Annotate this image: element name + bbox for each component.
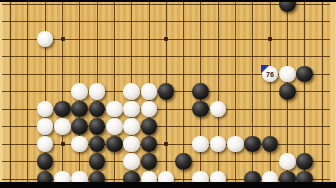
intersection[interactable] xyxy=(175,48,192,66)
white-stone xyxy=(89,83,106,100)
intersection[interactable] xyxy=(158,118,175,136)
black-stone xyxy=(141,118,158,135)
intersection[interactable] xyxy=(88,100,105,118)
intersection[interactable] xyxy=(71,118,88,136)
star-point xyxy=(164,37,168,41)
intersection[interactable] xyxy=(227,65,244,83)
intersection[interactable] xyxy=(19,100,36,118)
intersection[interactable] xyxy=(71,135,88,153)
intersection[interactable] xyxy=(36,48,53,66)
intersection[interactable] xyxy=(261,118,278,136)
intersection[interactable] xyxy=(106,100,123,118)
intersection[interactable] xyxy=(71,83,88,101)
intersection[interactable] xyxy=(175,65,192,83)
black-stone xyxy=(175,153,192,170)
black-stone xyxy=(244,136,261,153)
intersection[interactable] xyxy=(296,100,313,118)
intersection[interactable] xyxy=(158,83,175,101)
intersection[interactable] xyxy=(244,13,261,31)
intersection[interactable] xyxy=(2,30,19,48)
intersection[interactable] xyxy=(209,13,226,31)
white-stone xyxy=(123,136,140,153)
white-stone xyxy=(210,136,227,153)
intersection[interactable] xyxy=(106,118,123,136)
intersection[interactable] xyxy=(54,13,71,31)
intersection[interactable] xyxy=(2,65,19,83)
white-stone xyxy=(71,83,88,100)
black-stone xyxy=(71,118,88,135)
intersection[interactable] xyxy=(158,100,175,118)
intersection[interactable] xyxy=(2,153,19,171)
intersection[interactable] xyxy=(36,65,53,83)
intersection[interactable] xyxy=(71,100,88,118)
last-move-stone: 76 xyxy=(262,66,279,83)
black-stone xyxy=(89,153,106,170)
intersection[interactable] xyxy=(261,153,278,171)
intersection[interactable] xyxy=(140,30,157,48)
black-stone xyxy=(141,153,158,170)
intersection[interactable] xyxy=(54,135,71,153)
white-stone xyxy=(123,83,140,100)
white-stone xyxy=(141,101,158,118)
intersection[interactable] xyxy=(123,135,140,153)
intersection[interactable] xyxy=(175,30,192,48)
white-stone xyxy=(279,66,296,83)
intersection[interactable] xyxy=(227,118,244,136)
intersection[interactable] xyxy=(19,153,36,171)
black-stone xyxy=(192,101,209,118)
intersection[interactable] xyxy=(19,30,36,48)
intersection[interactable] xyxy=(2,135,19,153)
intersection[interactable] xyxy=(261,135,278,153)
intersection[interactable] xyxy=(175,83,192,101)
intersection[interactable] xyxy=(279,65,296,83)
white-stone xyxy=(37,31,54,48)
intersection[interactable] xyxy=(19,83,36,101)
intersection[interactable] xyxy=(209,48,226,66)
intersection[interactable] xyxy=(175,118,192,136)
intersection[interactable] xyxy=(36,100,53,118)
white-stone xyxy=(210,101,227,118)
white-stone xyxy=(106,118,123,135)
intersection[interactable] xyxy=(192,83,209,101)
intersection[interactable] xyxy=(123,83,140,101)
intersection[interactable] xyxy=(261,30,278,48)
intersection[interactable] xyxy=(209,100,226,118)
black-stone xyxy=(141,136,158,153)
intersection[interactable] xyxy=(209,65,226,83)
intersection[interactable] xyxy=(88,118,105,136)
intersection[interactable] xyxy=(2,83,19,101)
intersection[interactable] xyxy=(209,30,226,48)
intersection[interactable] xyxy=(19,65,36,83)
intersection[interactable] xyxy=(123,48,140,66)
intersection[interactable] xyxy=(192,48,209,66)
intersection[interactable] xyxy=(36,83,53,101)
black-stone xyxy=(192,83,209,100)
intersection[interactable] xyxy=(244,30,261,48)
intersection[interactable] xyxy=(192,100,209,118)
intersection[interactable] xyxy=(106,83,123,101)
intersection[interactable] xyxy=(296,118,313,136)
intersection[interactable] xyxy=(175,135,192,153)
intersection[interactable] xyxy=(2,48,19,66)
intersection[interactable] xyxy=(227,100,244,118)
star-point xyxy=(164,142,168,146)
intersection[interactable] xyxy=(19,118,36,136)
intersection[interactable] xyxy=(19,13,36,31)
intersection[interactable] xyxy=(106,153,123,171)
intersection[interactable] xyxy=(54,65,71,83)
intersection[interactable] xyxy=(140,135,157,153)
star-point xyxy=(61,37,65,41)
intersection[interactable] xyxy=(192,13,209,31)
intersection[interactable] xyxy=(244,83,261,101)
go-grid: 76 xyxy=(2,0,331,188)
go-board[interactable]: 76 xyxy=(0,2,336,182)
intersection[interactable] xyxy=(54,153,71,171)
black-stone xyxy=(89,118,106,135)
intersection[interactable] xyxy=(88,65,105,83)
intersection[interactable] xyxy=(227,30,244,48)
white-stone xyxy=(71,136,88,153)
intersection[interactable] xyxy=(36,118,53,136)
intersection[interactable] xyxy=(54,83,71,101)
intersection[interactable] xyxy=(313,65,330,83)
intersection[interactable] xyxy=(261,100,278,118)
intersection[interactable] xyxy=(244,100,261,118)
intersection[interactable] xyxy=(71,13,88,31)
intersection[interactable] xyxy=(209,135,226,153)
intersection[interactable] xyxy=(36,153,53,171)
intersection[interactable] xyxy=(36,30,53,48)
black-stone xyxy=(296,153,313,170)
intersection[interactable] xyxy=(279,13,296,31)
intersection[interactable] xyxy=(227,48,244,66)
star-point xyxy=(61,142,65,146)
intersection[interactable] xyxy=(279,30,296,48)
intersection[interactable] xyxy=(88,30,105,48)
intersection[interactable] xyxy=(71,65,88,83)
intersection[interactable] xyxy=(88,153,105,171)
intersection[interactable] xyxy=(140,100,157,118)
intersection[interactable] xyxy=(192,65,209,83)
intersection[interactable] xyxy=(175,13,192,31)
intersection[interactable] xyxy=(209,153,226,171)
intersection[interactable] xyxy=(296,13,313,31)
intersection[interactable] xyxy=(54,100,71,118)
intersection[interactable] xyxy=(88,135,105,153)
intersection[interactable] xyxy=(244,118,261,136)
intersection[interactable] xyxy=(244,135,261,153)
intersection[interactable] xyxy=(313,48,330,66)
intersection[interactable] xyxy=(71,30,88,48)
intersection[interactable] xyxy=(244,65,261,83)
intersection[interactable] xyxy=(123,118,140,136)
intersection[interactable] xyxy=(313,83,330,101)
black-stone xyxy=(262,136,279,153)
intersection[interactable] xyxy=(123,65,140,83)
intersection[interactable] xyxy=(296,83,313,101)
white-stone xyxy=(192,136,209,153)
intersection[interactable] xyxy=(71,153,88,171)
intersection[interactable] xyxy=(279,48,296,66)
white-stone xyxy=(141,83,158,100)
intersection[interactable] xyxy=(36,13,53,31)
black-stone xyxy=(279,83,296,100)
white-stone xyxy=(123,118,140,135)
intersection[interactable] xyxy=(296,135,313,153)
letterbox-bar-bottom xyxy=(0,182,336,188)
black-stone xyxy=(106,136,123,153)
intersection[interactable] xyxy=(36,135,53,153)
intersection[interactable] xyxy=(209,118,226,136)
intersection[interactable] xyxy=(106,30,123,48)
black-stone xyxy=(71,101,88,118)
star-point xyxy=(268,37,272,41)
intersection[interactable] xyxy=(313,30,330,48)
white-stone xyxy=(37,101,54,118)
move-number-label: 76 xyxy=(262,66,279,83)
intersection[interactable] xyxy=(158,135,175,153)
intersection[interactable] xyxy=(279,83,296,101)
intersection[interactable] xyxy=(123,30,140,48)
intersection[interactable] xyxy=(88,83,105,101)
intersection[interactable] xyxy=(88,13,105,31)
intersection[interactable] xyxy=(158,30,175,48)
intersection[interactable] xyxy=(19,48,36,66)
intersection[interactable] xyxy=(19,135,36,153)
intersection[interactable] xyxy=(106,135,123,153)
intersection[interactable] xyxy=(158,13,175,31)
intersection[interactable] xyxy=(279,135,296,153)
intersection[interactable] xyxy=(261,83,278,101)
white-stone xyxy=(37,136,54,153)
intersection[interactable] xyxy=(158,48,175,66)
black-stone xyxy=(89,136,106,153)
white-stone xyxy=(279,153,296,170)
intersection[interactable] xyxy=(313,118,330,136)
intersection[interactable] xyxy=(296,30,313,48)
intersection[interactable] xyxy=(209,83,226,101)
intersection[interactable] xyxy=(106,48,123,66)
intersection[interactable] xyxy=(313,100,330,118)
intersection[interactable] xyxy=(279,100,296,118)
intersection[interactable] xyxy=(296,48,313,66)
intersection[interactable] xyxy=(227,153,244,171)
intersection[interactable] xyxy=(244,153,261,171)
white-stone xyxy=(227,136,244,153)
video-frame: 76 xyxy=(0,0,336,188)
intersection[interactable] xyxy=(192,153,209,171)
intersection[interactable] xyxy=(175,100,192,118)
white-stone xyxy=(106,101,123,118)
intersection[interactable] xyxy=(106,65,123,83)
white-stone xyxy=(123,101,140,118)
intersection[interactable] xyxy=(140,65,157,83)
intersection[interactable] xyxy=(261,13,278,31)
intersection[interactable] xyxy=(2,100,19,118)
intersection[interactable] xyxy=(71,48,88,66)
intersection[interactable] xyxy=(313,135,330,153)
intersection[interactable]: 76 xyxy=(261,65,278,83)
intersection[interactable] xyxy=(2,13,19,31)
intersection[interactable] xyxy=(244,48,261,66)
intersection[interactable] xyxy=(88,48,105,66)
intersection[interactable] xyxy=(54,48,71,66)
intersection[interactable] xyxy=(140,13,157,31)
intersection[interactable] xyxy=(158,65,175,83)
intersection[interactable] xyxy=(279,153,296,171)
black-stone xyxy=(158,83,175,100)
intersection[interactable] xyxy=(106,13,123,31)
intersection[interactable] xyxy=(54,118,71,136)
black-stone xyxy=(296,66,313,83)
intersection[interactable] xyxy=(158,153,175,171)
intersection[interactable] xyxy=(2,118,19,136)
intersection[interactable] xyxy=(296,153,313,171)
white-stone xyxy=(123,153,140,170)
intersection[interactable] xyxy=(140,83,157,101)
black-stone xyxy=(89,101,106,118)
black-stone xyxy=(54,101,71,118)
white-stone xyxy=(54,118,71,135)
intersection[interactable] xyxy=(227,135,244,153)
intersection[interactable] xyxy=(192,118,209,136)
intersection[interactable] xyxy=(54,30,71,48)
intersection[interactable] xyxy=(140,48,157,66)
intersection[interactable] xyxy=(261,48,278,66)
intersection[interactable] xyxy=(192,135,209,153)
intersection[interactable] xyxy=(279,118,296,136)
intersection[interactable] xyxy=(192,30,209,48)
letterbox-bar-top xyxy=(0,0,336,2)
white-stone xyxy=(37,118,54,135)
intersection[interactable] xyxy=(140,153,157,171)
intersection[interactable] xyxy=(227,83,244,101)
intersection[interactable] xyxy=(175,153,192,171)
intersection[interactable] xyxy=(296,65,313,83)
intersection[interactable] xyxy=(140,118,157,136)
intersection[interactable] xyxy=(123,13,140,31)
intersection[interactable] xyxy=(227,13,244,31)
black-stone xyxy=(37,153,54,170)
intersection[interactable] xyxy=(123,100,140,118)
intersection[interactable] xyxy=(313,153,330,171)
intersection[interactable] xyxy=(123,153,140,171)
intersection[interactable] xyxy=(313,13,330,31)
